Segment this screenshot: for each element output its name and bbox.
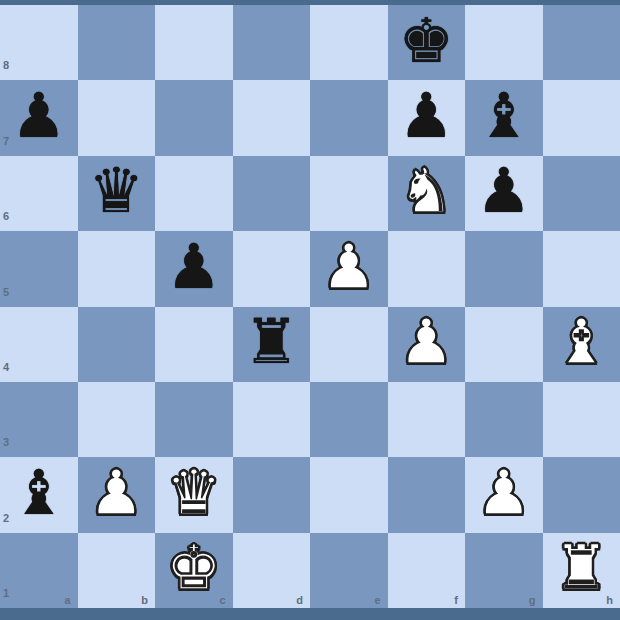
square-a2[interactable]: 2♝ — [0, 457, 78, 532]
square-d5[interactable] — [233, 231, 311, 306]
coord-rank-6: 6 — [3, 211, 9, 222]
coord-file-e: e — [374, 595, 380, 606]
square-d3[interactable] — [233, 382, 311, 457]
piece-white-rook-h1[interactable]: ♜ — [553, 537, 609, 599]
square-e8[interactable] — [310, 5, 388, 80]
square-g2[interactable]: ♟ — [465, 457, 543, 532]
square-g1[interactable]: g — [465, 533, 543, 608]
square-h7[interactable] — [543, 80, 620, 155]
square-f3[interactable] — [388, 382, 466, 457]
square-e5[interactable]: ♟ — [310, 231, 388, 306]
square-f7[interactable]: ♟ — [388, 80, 466, 155]
piece-black-pawn-a7[interactable]: ♟ — [11, 85, 67, 147]
piece-white-king-c1[interactable]: ♚ — [166, 537, 222, 599]
square-b2[interactable]: ♟ — [78, 457, 156, 532]
square-e3[interactable] — [310, 382, 388, 457]
square-g5[interactable] — [465, 231, 543, 306]
square-g7[interactable]: ♝ — [465, 80, 543, 155]
square-h5[interactable] — [543, 231, 620, 306]
piece-black-queen-b6[interactable]: ♛ — [88, 160, 144, 222]
square-b4[interactable] — [78, 307, 156, 382]
square-a5[interactable]: 5 — [0, 231, 78, 306]
coord-rank-3: 3 — [3, 437, 9, 448]
square-d2[interactable] — [233, 457, 311, 532]
coord-file-a: a — [64, 595, 70, 606]
square-b3[interactable] — [78, 382, 156, 457]
square-c1[interactable]: c♚ — [155, 533, 233, 608]
square-a4[interactable]: 4 — [0, 307, 78, 382]
coord-file-f: f — [454, 595, 458, 606]
square-g4[interactable] — [465, 307, 543, 382]
square-a3[interactable]: 3 — [0, 382, 78, 457]
square-c7[interactable] — [155, 80, 233, 155]
piece-white-pawn-f4[interactable]: ♟ — [398, 311, 454, 373]
piece-white-queen-c2[interactable]: ♛ — [166, 462, 222, 524]
square-h6[interactable] — [543, 156, 620, 231]
piece-white-knight-f6[interactable]: ♞ — [398, 160, 454, 222]
chess-board-frame: 8♚7♟♟♝6♛♞♟5♟♟4♜♟♝32♝♟♛♟1abc♚defgh♜ — [0, 0, 620, 620]
square-d1[interactable]: d — [233, 533, 311, 608]
square-h4[interactable]: ♝ — [543, 307, 620, 382]
square-d8[interactable] — [233, 5, 311, 80]
coord-rank-7: 7 — [3, 136, 9, 147]
square-c5[interactable]: ♟ — [155, 231, 233, 306]
chess-board: 8♚7♟♟♝6♛♞♟5♟♟4♜♟♝32♝♟♛♟1abc♚defgh♜ — [0, 5, 620, 608]
square-e1[interactable]: e — [310, 533, 388, 608]
coord-rank-4: 4 — [3, 362, 9, 373]
piece-black-king-f8[interactable]: ♚ — [398, 10, 454, 72]
square-b8[interactable] — [78, 5, 156, 80]
square-c3[interactable] — [155, 382, 233, 457]
square-e4[interactable] — [310, 307, 388, 382]
piece-black-rook-d4[interactable]: ♜ — [243, 311, 299, 373]
piece-black-pawn-g6[interactable]: ♟ — [476, 160, 532, 222]
square-g8[interactable] — [465, 5, 543, 80]
square-a1[interactable]: 1a — [0, 533, 78, 608]
square-c4[interactable] — [155, 307, 233, 382]
square-f2[interactable] — [388, 457, 466, 532]
square-d7[interactable] — [233, 80, 311, 155]
piece-white-pawn-g2[interactable]: ♟ — [476, 462, 532, 524]
coord-rank-5: 5 — [3, 287, 9, 298]
square-h1[interactable]: h♜ — [543, 533, 620, 608]
square-h3[interactable] — [543, 382, 620, 457]
square-f4[interactable]: ♟ — [388, 307, 466, 382]
square-d4[interactable]: ♜ — [233, 307, 311, 382]
square-b6[interactable]: ♛ — [78, 156, 156, 231]
coord-file-g: g — [529, 595, 536, 606]
piece-black-bishop-g7[interactable]: ♝ — [476, 85, 532, 147]
coord-file-b: b — [141, 595, 148, 606]
square-a8[interactable]: 8 — [0, 5, 78, 80]
square-e7[interactable] — [310, 80, 388, 155]
coord-rank-2: 2 — [3, 513, 9, 524]
square-h8[interactable] — [543, 5, 620, 80]
square-b1[interactable]: b — [78, 533, 156, 608]
piece-black-bishop-a2[interactable]: ♝ — [11, 462, 67, 524]
square-f1[interactable]: f — [388, 533, 466, 608]
square-b5[interactable] — [78, 231, 156, 306]
square-g6[interactable]: ♟ — [465, 156, 543, 231]
piece-white-pawn-b2[interactable]: ♟ — [88, 462, 144, 524]
piece-white-bishop-h4[interactable]: ♝ — [553, 311, 609, 373]
square-a7[interactable]: 7♟ — [0, 80, 78, 155]
square-g3[interactable] — [465, 382, 543, 457]
square-f5[interactable] — [388, 231, 466, 306]
square-e6[interactable] — [310, 156, 388, 231]
coord-rank-1: 1 — [3, 588, 9, 599]
piece-white-pawn-e5[interactable]: ♟ — [321, 236, 377, 298]
piece-black-pawn-f7[interactable]: ♟ — [398, 85, 454, 147]
square-a6[interactable]: 6 — [0, 156, 78, 231]
square-h2[interactable] — [543, 457, 620, 532]
square-c2[interactable]: ♛ — [155, 457, 233, 532]
coord-rank-8: 8 — [3, 60, 9, 71]
square-d6[interactable] — [233, 156, 311, 231]
square-e2[interactable] — [310, 457, 388, 532]
piece-black-pawn-c5[interactable]: ♟ — [166, 236, 222, 298]
square-c6[interactable] — [155, 156, 233, 231]
coord-file-d: d — [296, 595, 303, 606]
square-b7[interactable] — [78, 80, 156, 155]
square-c8[interactable] — [155, 5, 233, 80]
square-f8[interactable]: ♚ — [388, 5, 466, 80]
square-f6[interactable]: ♞ — [388, 156, 466, 231]
